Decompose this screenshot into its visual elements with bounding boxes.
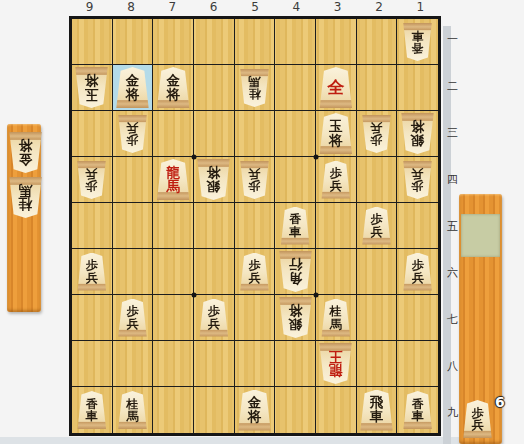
square-61[interactable] [194, 19, 235, 65]
square-53[interactable] [235, 111, 276, 157]
piece-kanji: 兵 [472, 419, 484, 431]
square-29[interactable]: 飛車 [357, 387, 398, 433]
piece-kanji: 将 [126, 88, 140, 102]
piece-kanji: 馬 [330, 318, 342, 330]
square-43[interactable] [275, 111, 316, 157]
sente-piece-全[interactable]: 全 [319, 67, 352, 108]
square-74[interactable]: 龍馬 [153, 157, 194, 203]
square-51[interactable] [235, 19, 276, 65]
square-69[interactable] [194, 387, 235, 433]
shogi-app: 987654321 一二三四五六七八九 香車玉将金将金将桂馬全歩兵玉将歩兵銀将歩… [0, 0, 524, 444]
square-18[interactable] [397, 341, 438, 387]
square-98[interactable] [72, 341, 113, 387]
piece-kanji: 馬 [19, 184, 33, 198]
piece-kanji: 兵 [208, 318, 220, 330]
gote-piece-玉将[interactable]: 玉将 [75, 67, 108, 108]
square-75[interactable] [153, 203, 194, 249]
sente-piece-龍馬[interactable]: 龍馬 [157, 159, 190, 200]
square-37[interactable]: 桂馬 [316, 295, 357, 341]
square-58[interactable] [235, 341, 276, 387]
file-label-8: 8 [110, 0, 151, 15]
file-labels: 987654321 [69, 0, 441, 15]
file-label-9: 9 [69, 0, 110, 15]
square-78[interactable] [153, 341, 194, 387]
piece-kanji: 兵 [412, 167, 424, 179]
square-76[interactable] [153, 249, 194, 295]
square-27[interactable] [357, 295, 398, 341]
square-15[interactable] [397, 203, 438, 249]
square-59[interactable]: 金将 [235, 387, 276, 433]
square-72[interactable]: 金将 [153, 65, 194, 111]
piece-kanji: 馬 [166, 180, 180, 194]
sente-piece-香車[interactable]: 香車 [77, 391, 106, 429]
sente-hand-tray: 歩兵6 [459, 194, 502, 444]
gote-piece-銀将[interactable]: 銀将 [197, 159, 230, 200]
piece-kanji: 歩 [330, 167, 342, 179]
sente-piece-香車[interactable]: 香車 [281, 207, 310, 245]
square-17[interactable] [397, 295, 438, 341]
hoshi-dot [192, 154, 197, 159]
gote-piece-歩兵[interactable]: 歩兵 [118, 115, 147, 153]
square-42[interactable] [275, 65, 316, 111]
piece-kanji: 角 [288, 272, 302, 286]
shogi-board: 香車玉将金将金将桂馬全歩兵玉将歩兵銀将歩兵龍馬銀将歩兵歩兵歩兵香車歩兵歩兵歩兵角… [69, 16, 441, 436]
piece-kanji: 香 [412, 42, 424, 54]
sente-piece-金将[interactable]: 金将 [116, 67, 149, 108]
piece-kanji: 銀 [288, 318, 302, 332]
square-28[interactable] [357, 341, 398, 387]
square-22[interactable] [357, 65, 398, 111]
rank-label-8: 八 [445, 343, 460, 390]
file-label-3: 3 [317, 0, 358, 15]
sente-piece-玉将[interactable]: 玉将 [319, 113, 352, 154]
piece-kanji: 歩 [412, 180, 424, 192]
square-99[interactable]: 香車 [72, 387, 113, 433]
square-68[interactable] [194, 341, 235, 387]
square-67[interactable]: 歩兵 [194, 295, 235, 341]
square-93[interactable] [72, 111, 113, 157]
sente-hand-piece-歩兵[interactable]: 歩兵 [463, 400, 492, 438]
piece-kanji: 歩 [370, 134, 382, 146]
file-label-2: 2 [358, 0, 399, 15]
square-79[interactable] [153, 387, 194, 433]
square-36[interactable] [316, 249, 357, 295]
piece-kanji: 歩 [248, 180, 260, 192]
piece-kanji: 車 [86, 410, 98, 422]
sente-piece-歩兵[interactable]: 歩兵 [77, 253, 106, 291]
sente-piece-歩兵[interactable]: 歩兵 [321, 161, 350, 199]
hoshi-dot [314, 154, 319, 159]
square-91[interactable] [72, 19, 113, 65]
piece-kanji: 将 [248, 410, 262, 424]
square-96[interactable]: 歩兵 [72, 249, 113, 295]
square-41[interactable] [275, 19, 316, 65]
square-13[interactable]: 銀将 [397, 111, 438, 157]
sente-piece-歩兵[interactable]: 歩兵 [403, 253, 432, 291]
square-11[interactable]: 香車 [397, 19, 438, 65]
piece-kanji: 香 [289, 213, 301, 225]
square-26[interactable] [357, 249, 398, 295]
piece-kanji: 車 [412, 29, 424, 41]
piece-kanji: 将 [207, 166, 221, 180]
tray-highlight-slot [461, 214, 500, 257]
piece-kanji: 兵 [330, 180, 342, 192]
square-21[interactable] [357, 19, 398, 65]
file-label-6: 6 [193, 0, 234, 15]
gote-piece-桂馬[interactable]: 桂馬 [240, 69, 269, 107]
square-19[interactable]: 香車 [397, 387, 438, 433]
sente-piece-香車[interactable]: 香車 [403, 391, 432, 429]
sente-piece-歩兵[interactable]: 歩兵 [362, 207, 391, 245]
sente-piece-飛車[interactable]: 飛車 [360, 390, 393, 431]
rank-label-7: 七 [445, 296, 460, 343]
square-92[interactable]: 玉将 [72, 65, 113, 111]
square-47[interactable]: 銀将 [275, 295, 316, 341]
square-49[interactable] [275, 387, 316, 433]
gote-piece-龍王[interactable]: 龍王 [319, 343, 352, 384]
square-16[interactable]: 歩兵 [397, 249, 438, 295]
piece-kanji: 歩 [126, 305, 138, 317]
square-48[interactable] [275, 341, 316, 387]
piece-kanji: 龍 [329, 364, 343, 378]
rank-label-4: 四 [445, 156, 460, 203]
hand-count-badge: 6 [495, 394, 505, 410]
piece-kanji: 歩 [126, 134, 138, 146]
square-25[interactable]: 歩兵 [357, 203, 398, 249]
square-83[interactable]: 歩兵 [113, 111, 154, 157]
piece-kanji: 兵 [126, 121, 138, 133]
piece-kanji: 将 [85, 74, 99, 88]
square-94[interactable]: 歩兵 [72, 157, 113, 203]
piece-kanji: 歩 [370, 213, 382, 225]
hoshi-dot [192, 292, 197, 297]
piece-kanji: 兵 [370, 121, 382, 133]
piece-kanji: 兵 [248, 272, 260, 284]
gote-hand-tray: 金将桂馬 [7, 124, 41, 312]
gote-piece-歩兵[interactable]: 歩兵 [77, 161, 106, 199]
square-82[interactable]: 金将 [113, 65, 154, 111]
square-38[interactable]: 龍王 [316, 341, 357, 387]
piece-kanji: 将 [288, 304, 302, 318]
square-54[interactable]: 歩兵 [235, 157, 276, 203]
piece-kanji: 兵 [248, 167, 260, 179]
piece-kanji: 桂 [330, 305, 342, 317]
rank-labels: 一二三四五六七八九 [445, 16, 460, 436]
square-66[interactable] [194, 249, 235, 295]
piece-kanji: 歩 [86, 259, 98, 271]
square-65[interactable] [194, 203, 235, 249]
square-89[interactable]: 桂馬 [113, 387, 154, 433]
piece-kanji: 車 [289, 226, 301, 238]
square-44[interactable] [275, 157, 316, 203]
square-45[interactable]: 香車 [275, 203, 316, 249]
piece-kanji: 将 [329, 134, 343, 148]
sente-piece-歩兵[interactable]: 歩兵 [118, 299, 147, 337]
square-63[interactable] [194, 111, 235, 157]
square-39[interactable] [316, 387, 357, 433]
piece-kanji: 兵 [86, 167, 98, 179]
sente-piece-桂馬[interactable]: 桂馬 [118, 391, 147, 429]
file-label-7: 7 [152, 0, 193, 15]
rank-label-3: 三 [445, 109, 460, 156]
sente-piece-桂馬[interactable]: 桂馬 [321, 299, 350, 337]
square-23[interactable]: 歩兵 [357, 111, 398, 157]
rank-label-6: 六 [445, 249, 460, 296]
piece-kanji: 歩 [412, 259, 424, 271]
rank-label-5: 五 [445, 203, 460, 250]
piece-kanji: 将 [411, 120, 425, 134]
piece-kanji: 車 [370, 410, 384, 424]
piece-kanji: 車 [412, 410, 424, 422]
square-24[interactable] [357, 157, 398, 203]
piece-kanji: 兵 [126, 318, 138, 330]
piece-kanji: 将 [166, 88, 180, 102]
piece-kanji: 歩 [86, 180, 98, 192]
piece-kanji: 歩 [208, 305, 220, 317]
sente-piece-金将[interactable]: 金将 [157, 67, 190, 108]
square-97[interactable] [72, 295, 113, 341]
square-14[interactable]: 歩兵 [397, 157, 438, 203]
board-shadow-bottom [0, 437, 462, 444]
rank-label-1: 一 [445, 16, 460, 63]
gote-piece-銀将[interactable]: 銀将 [279, 297, 312, 338]
square-55[interactable] [235, 203, 276, 249]
piece-kanji: 行 [288, 258, 302, 272]
hoshi-dot [314, 292, 319, 297]
square-87[interactable]: 歩兵 [113, 295, 154, 341]
sente-piece-金将[interactable]: 金将 [238, 390, 271, 431]
square-34[interactable]: 歩兵 [316, 157, 357, 203]
square-95[interactable] [72, 203, 113, 249]
square-57[interactable] [235, 295, 276, 341]
rank-label-2: 二 [445, 63, 460, 110]
gote-hand-piece-桂馬[interactable]: 桂馬 [9, 177, 42, 218]
piece-kanji: 金 [19, 153, 33, 167]
file-label-5: 5 [234, 0, 275, 15]
square-62[interactable] [194, 65, 235, 111]
square-86[interactable] [113, 249, 154, 295]
square-84[interactable] [113, 157, 154, 203]
square-64[interactable]: 銀将 [194, 157, 235, 203]
sente-piece-歩兵[interactable]: 歩兵 [240, 253, 269, 291]
gote-piece-歩兵[interactable]: 歩兵 [240, 161, 269, 199]
gote-piece-銀将[interactable]: 銀将 [401, 113, 434, 154]
square-52[interactable]: 桂馬 [235, 65, 276, 111]
piece-kanji: 兵 [412, 272, 424, 284]
square-71[interactable] [153, 19, 194, 65]
square-73[interactable] [153, 111, 194, 157]
gote-hand-piece-金将[interactable]: 金将 [9, 132, 42, 173]
square-46[interactable]: 角行 [275, 249, 316, 295]
gote-piece-角行[interactable]: 角行 [279, 251, 312, 292]
piece-kanji: 全 [327, 79, 344, 96]
piece-kanji: 玉 [85, 88, 99, 102]
piece-kanji: 桂 [248, 88, 260, 100]
file-label-4: 4 [276, 0, 317, 15]
square-81[interactable] [113, 19, 154, 65]
piece-kanji: 王 [329, 350, 343, 364]
sente-piece-歩兵[interactable]: 歩兵 [199, 299, 228, 337]
square-33[interactable]: 玉将 [316, 111, 357, 157]
piece-kanji: 将 [19, 139, 33, 153]
piece-kanji: 銀 [411, 134, 425, 148]
square-12[interactable] [397, 65, 438, 111]
square-56[interactable]: 歩兵 [235, 249, 276, 295]
square-35[interactable] [316, 203, 357, 249]
gote-piece-歩兵[interactable]: 歩兵 [362, 115, 391, 153]
file-label-1: 1 [400, 0, 441, 15]
gote-piece-香車[interactable]: 香車 [403, 23, 432, 61]
square-85[interactable] [113, 203, 154, 249]
rank-label-9: 九 [445, 389, 460, 436]
square-31[interactable] [316, 19, 357, 65]
square-88[interactable] [113, 341, 154, 387]
square-77[interactable] [153, 295, 194, 341]
piece-kanji: 桂 [19, 198, 33, 212]
piece-kanji: 歩 [248, 259, 260, 271]
piece-kanji: 兵 [86, 272, 98, 284]
piece-kanji: 銀 [207, 180, 221, 194]
piece-kanji: 兵 [370, 226, 382, 238]
piece-kanji: 馬 [248, 75, 260, 87]
square-32[interactable]: 全 [316, 65, 357, 111]
gote-piece-歩兵[interactable]: 歩兵 [403, 161, 432, 199]
piece-kanji: 馬 [126, 410, 138, 422]
